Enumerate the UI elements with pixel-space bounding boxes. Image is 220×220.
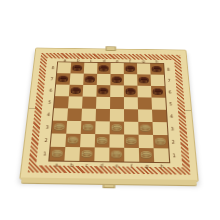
square-b5[interactable]	[68, 96, 83, 108]
dark-checker-piece[interactable]: ⛂	[58, 72, 69, 83]
square-h8[interactable]: ⛂	[150, 64, 164, 75]
file-label-d: d	[94, 162, 109, 168]
square-h2[interactable]: ⛂	[153, 135, 168, 149]
square-g5[interactable]	[138, 97, 152, 109]
dark-checker-piece[interactable]: ⛂	[99, 62, 110, 73]
square-g1[interactable]: ⛂	[139, 148, 154, 162]
square-e5[interactable]	[110, 97, 124, 109]
square-h4[interactable]	[152, 110, 167, 123]
dark-checker-piece[interactable]: ⛂	[72, 62, 83, 73]
square-e1[interactable]: ⛂	[109, 148, 124, 162]
light-checker-piece[interactable]: ⛂	[111, 147, 123, 161]
hinge-tab-top	[106, 46, 116, 51]
square-b2[interactable]: ⛂	[65, 134, 80, 147]
square-d8[interactable]: ⛂	[97, 63, 111, 74]
light-checker-piece[interactable]: ⛂	[111, 121, 122, 134]
square-f1[interactable]	[124, 148, 139, 162]
checkers-board: abcdefgh abcdefgh 87654321 87654321 ⛂⛂⛂⛂…	[19, 48, 199, 182]
light-checker-piece[interactable]: ⛂	[140, 147, 152, 161]
file-label-h: h	[154, 163, 169, 169]
square-h5[interactable]	[151, 98, 165, 110]
file-label-f: f	[124, 163, 139, 169]
board-side-edge	[21, 177, 197, 186]
light-checker-piece[interactable]: ⛂	[53, 120, 65, 133]
dark-checker-piece[interactable]: ⛂	[98, 84, 109, 96]
rank-label-3: 3	[42, 121, 51, 134]
dark-checker-piece[interactable]: ⛂	[125, 85, 136, 97]
square-c5[interactable]	[82, 97, 96, 109]
square-d4[interactable]	[96, 109, 110, 122]
rank-label-2: 2	[41, 133, 51, 146]
square-g3[interactable]: ⛂	[138, 122, 153, 135]
square-f2[interactable]: ⛂	[124, 135, 139, 149]
light-checker-piece[interactable]: ⛂	[82, 120, 94, 133]
square-a3[interactable]: ⛂	[52, 121, 67, 134]
rank-label-5: 5	[166, 98, 175, 110]
light-checker-piece[interactable]: ⛂	[51, 146, 64, 160]
rank-label-6: 6	[46, 84, 55, 96]
square-g7[interactable]: ⛂	[137, 74, 151, 86]
square-d5[interactable]	[96, 97, 110, 109]
square-d2[interactable]: ⛂	[95, 134, 110, 147]
board-grid: ⛂⛂⛂⛂⛂⛂⛂⛂⛂⛂⛂⛂⛂⛂⛂⛂⛂⛂⛂⛂⛂⛂⛂⛂	[49, 62, 169, 162]
light-checker-piece[interactable]: ⛂	[67, 133, 79, 146]
square-a7[interactable]: ⛂	[56, 73, 70, 84]
square-e7[interactable]: ⛂	[110, 74, 124, 86]
rank-label-5: 5	[45, 96, 54, 108]
square-a5[interactable]	[54, 96, 69, 108]
rank-label-4: 4	[44, 108, 53, 121]
dark-checker-piece[interactable]: ⛂	[112, 73, 123, 84]
dark-checker-piece[interactable]: ⛂	[152, 63, 163, 74]
light-checker-piece[interactable]: ⛂	[126, 134, 138, 147]
rank-label-8: 8	[164, 64, 172, 75]
file-label-c: c	[79, 162, 94, 168]
dark-checker-piece[interactable]: ⛂	[125, 62, 135, 73]
rank-label-2: 2	[169, 135, 178, 148]
square-a6[interactable]	[55, 85, 70, 97]
square-c7[interactable]: ⛂	[83, 74, 97, 85]
square-e6[interactable]	[110, 85, 124, 97]
square-h6[interactable]: ⛂	[151, 86, 165, 98]
square-c3[interactable]: ⛂	[81, 121, 96, 134]
square-f5[interactable]	[124, 97, 138, 109]
square-e3[interactable]: ⛂	[110, 121, 124, 134]
rank-label-3: 3	[168, 122, 177, 135]
square-d1[interactable]	[94, 147, 109, 161]
rank-label-6: 6	[166, 86, 175, 98]
file-label-e: e	[109, 162, 124, 168]
square-c6[interactable]	[83, 85, 97, 97]
square-b4[interactable]	[67, 108, 82, 121]
rank-label-1: 1	[169, 148, 178, 162]
square-d6[interactable]: ⛂	[96, 85, 110, 97]
file-label-a: a	[49, 162, 65, 168]
square-f8[interactable]: ⛂	[124, 63, 137, 74]
light-checker-piece[interactable]: ⛂	[155, 134, 167, 147]
rank-label-1: 1	[40, 147, 50, 161]
square-g6[interactable]	[137, 86, 151, 98]
rank-label-7: 7	[47, 73, 56, 84]
rank-label-7: 7	[165, 75, 173, 86]
file-label-b: b	[64, 162, 79, 168]
dark-checker-piece[interactable]: ⛂	[139, 74, 150, 85]
rank-label-4: 4	[167, 110, 176, 123]
file-label-g: g	[139, 163, 154, 169]
product-photo: abcdefgh abcdefgh 87654321 87654321 ⛂⛂⛂⛂…	[0, 0, 220, 220]
square-f4[interactable]	[124, 109, 138, 122]
square-c1[interactable]: ⛂	[79, 147, 94, 161]
square-b6[interactable]: ⛂	[69, 85, 83, 97]
light-checker-piece[interactable]: ⛂	[81, 146, 93, 160]
square-b8[interactable]: ⛂	[70, 62, 84, 73]
square-a1[interactable]: ⛂	[49, 147, 65, 161]
light-checker-piece[interactable]: ⛂	[96, 133, 108, 146]
dark-checker-piece[interactable]: ⛂	[152, 85, 163, 97]
dark-checker-piece[interactable]: ⛂	[85, 73, 96, 84]
light-checker-piece[interactable]: ⛂	[140, 121, 152, 134]
dark-checker-piece[interactable]: ⛂	[70, 84, 81, 96]
square-f6[interactable]: ⛂	[124, 85, 138, 97]
rank-label-8: 8	[49, 62, 58, 73]
square-h1[interactable]	[154, 148, 170, 162]
square-b1[interactable]	[64, 147, 80, 161]
